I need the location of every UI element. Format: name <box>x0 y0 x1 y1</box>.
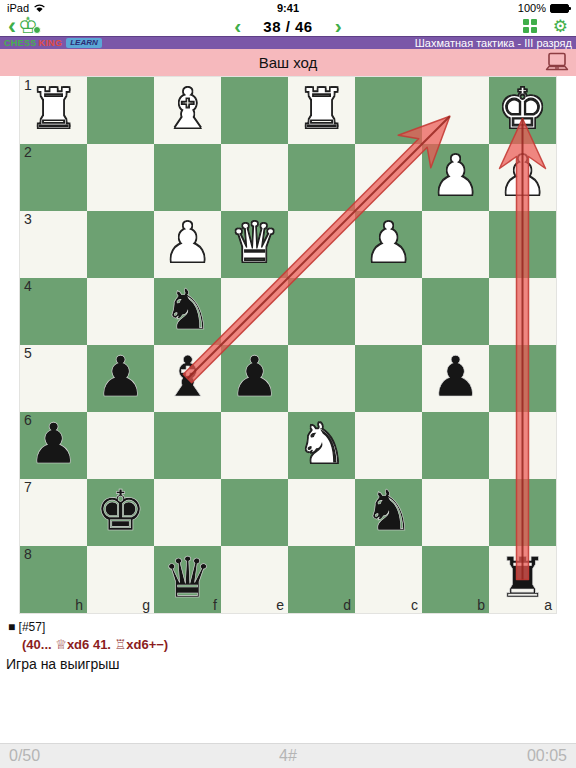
brand-learn-badge: LEARN <box>66 38 102 48</box>
crown-badge <box>33 26 41 34</box>
back-button[interactable]: ‹ <box>8 18 16 34</box>
square-f8[interactable]: f♛ <box>154 546 221 613</box>
rank-label-8: 8 <box>24 546 32 562</box>
white-knight-d6: ♞ <box>288 412 355 479</box>
white-rook-d1: ♜ <box>288 77 355 144</box>
board-grid: 1♜♝♜♚2♟♟3♟♛♟4♞5♟♝♟♟6♟♞7♚♞8hgf♛edcba♜ <box>20 77 556 613</box>
settings-gear-button[interactable]: ⚙ <box>553 19 568 33</box>
square-g8[interactable]: g <box>87 546 154 613</box>
square-f1[interactable]: ♝ <box>154 77 221 144</box>
square-h6[interactable]: 6♟ <box>20 412 87 479</box>
square-h5[interactable]: 5 <box>20 345 87 412</box>
square-c1[interactable] <box>355 77 422 144</box>
wifi-icon <box>33 3 46 13</box>
rank-label-7: 7 <box>24 479 32 495</box>
square-a8[interactable]: a♜ <box>489 546 556 613</box>
square-f4[interactable]: ♞ <box>154 278 221 345</box>
variation-text: (40... ♕xd6 41. ♖xd6+−) <box>22 637 570 652</box>
square-e8[interactable]: e <box>221 546 288 613</box>
square-d3[interactable] <box>288 211 355 278</box>
brand-king: KING <box>39 39 63 48</box>
rank-label-6: 6 <box>24 412 32 428</box>
square-c8[interactable]: c <box>355 546 422 613</box>
square-b6[interactable] <box>422 412 489 479</box>
square-c2[interactable] <box>355 144 422 211</box>
square-g7[interactable]: ♚ <box>87 479 154 546</box>
square-g5[interactable]: ♟ <box>87 345 154 412</box>
white-pawn-f3: ♟ <box>154 211 221 278</box>
white-queen-e3: ♛ <box>221 211 288 278</box>
black-knight-c7: ♞ <box>355 479 422 546</box>
file-label-g: g <box>142 598 150 613</box>
square-h1[interactable]: 1♜ <box>20 77 87 144</box>
rank-label-5: 5 <box>24 345 32 361</box>
square-g4[interactable] <box>87 278 154 345</box>
rank-label-3: 3 <box>24 211 32 227</box>
rank-label-4: 4 <box>24 278 32 294</box>
timer-label: 00:05 <box>297 747 567 765</box>
nav-bar: ‹ ♔ ‹ 38 / 46 › ⚙ <box>0 16 576 36</box>
square-b5[interactable]: ♟ <box>422 345 489 412</box>
square-g2[interactable] <box>87 144 154 211</box>
battery-icon <box>550 4 569 13</box>
square-f2[interactable] <box>154 144 221 211</box>
white-king-a1: ♚ <box>489 77 556 144</box>
square-b4[interactable] <box>422 278 489 345</box>
prev-puzzle-button[interactable]: ‹ <box>234 19 241 33</box>
square-b2[interactable]: ♟ <box>422 144 489 211</box>
square-a4[interactable] <box>489 278 556 345</box>
computer-icon[interactable] <box>545 52 569 72</box>
prompt-bar: Ваш ход <box>0 49 576 76</box>
rank-label-2: 2 <box>24 144 32 160</box>
brand-chess: CHESS <box>4 39 37 48</box>
square-c5[interactable] <box>355 345 422 412</box>
square-c7[interactable]: ♞ <box>355 479 422 546</box>
square-g6[interactable] <box>87 412 154 479</box>
square-b7[interactable] <box>422 479 489 546</box>
square-d7[interactable] <box>288 479 355 546</box>
square-d4[interactable] <box>288 278 355 345</box>
black-pawn-e5: ♟ <box>221 345 288 412</box>
your-move-label: Ваш ход <box>259 54 318 71</box>
puzzle-counter: 38 / 46 <box>263 18 312 35</box>
notes-panel: ■ [#57] (40... ♕xd6 41. ♖xd6+−) Игра на … <box>0 613 576 725</box>
black-king-g7: ♚ <box>87 479 154 546</box>
course-title: Шахматная тактика - III разряд <box>415 37 572 49</box>
next-puzzle-button[interactable]: › <box>335 19 342 33</box>
battery-percent: 100% <box>518 2 546 14</box>
white-pawn-c3: ♟ <box>355 211 422 278</box>
file-label-d: d <box>343 598 351 613</box>
footer-bar: 0/50 4# 00:05 <box>0 743 576 768</box>
square-e1[interactable] <box>221 77 288 144</box>
square-e4[interactable] <box>221 278 288 345</box>
brand-bar: CHESS KING LEARN Шахматная тактика - III… <box>0 36 576 49</box>
score-label: 0/50 <box>9 747 279 765</box>
square-h2[interactable]: 2 <box>20 144 87 211</box>
square-e3[interactable]: ♛ <box>221 211 288 278</box>
puzzle-id: ■ [#57] <box>8 620 570 634</box>
square-e5[interactable]: ♟ <box>221 345 288 412</box>
square-f3[interactable]: ♟ <box>154 211 221 278</box>
file-label-b: b <box>477 598 485 613</box>
square-f7[interactable] <box>154 479 221 546</box>
square-d1[interactable]: ♜ <box>288 77 355 144</box>
file-label-e: e <box>276 598 284 613</box>
white-pawn-b2: ♟ <box>422 144 489 211</box>
square-h8[interactable]: 8h <box>20 546 87 613</box>
square-g3[interactable] <box>87 211 154 278</box>
black-bishop-f5: ♝ <box>154 345 221 412</box>
square-e7[interactable] <box>221 479 288 546</box>
square-d8[interactable]: d <box>288 546 355 613</box>
square-e6[interactable] <box>221 412 288 479</box>
puzzle-grid-button[interactable] <box>523 19 537 33</box>
square-c4[interactable] <box>355 278 422 345</box>
square-d5[interactable] <box>288 345 355 412</box>
square-e2[interactable] <box>221 144 288 211</box>
square-g1[interactable] <box>87 77 154 144</box>
square-a5[interactable] <box>489 345 556 412</box>
chess-king-crown-icon[interactable]: ♔ <box>18 17 38 35</box>
square-b1[interactable] <box>422 77 489 144</box>
square-a6[interactable] <box>489 412 556 479</box>
square-a1[interactable]: ♚ <box>489 77 556 144</box>
square-b3[interactable] <box>422 211 489 278</box>
file-label-f: f <box>213 598 217 613</box>
file-label-h: h <box>75 598 83 613</box>
black-pawn-g5: ♟ <box>87 345 154 412</box>
square-h7[interactable]: 7 <box>20 479 87 546</box>
square-b8[interactable]: b <box>422 546 489 613</box>
square-c6[interactable] <box>355 412 422 479</box>
rank-label-1: 1 <box>24 77 32 93</box>
clock: 9:41 <box>277 2 299 14</box>
goal-text: Игра на выигрыш <box>6 656 570 672</box>
square-a3[interactable] <box>489 211 556 278</box>
square-f6[interactable] <box>154 412 221 479</box>
status-bar: iPad 9:41 100% <box>0 0 576 16</box>
white-bishop-f1: ♝ <box>154 77 221 144</box>
task-label: 4# <box>279 747 297 765</box>
square-a2[interactable]: ♟ <box>489 144 556 211</box>
square-c3[interactable]: ♟ <box>355 211 422 278</box>
file-label-a: a <box>544 598 552 613</box>
black-queen-f8: ♛ <box>154 546 221 613</box>
square-d2[interactable] <box>288 144 355 211</box>
square-h4[interactable]: 4 <box>20 278 87 345</box>
chess-board: 1♜♝♜♚2♟♟3♟♛♟4♞5♟♝♟♟6♟♞7♚♞8hgf♛edcba♜ <box>0 76 576 613</box>
black-pawn-b5: ♟ <box>422 345 489 412</box>
square-f5[interactable]: ♝ <box>154 345 221 412</box>
square-a7[interactable] <box>489 479 556 546</box>
white-pawn-a2: ♟ <box>489 144 556 211</box>
file-label-c: c <box>411 598 418 613</box>
black-knight-f4: ♞ <box>154 278 221 345</box>
square-h3[interactable]: 3 <box>20 211 87 278</box>
square-d6[interactable]: ♞ <box>288 412 355 479</box>
